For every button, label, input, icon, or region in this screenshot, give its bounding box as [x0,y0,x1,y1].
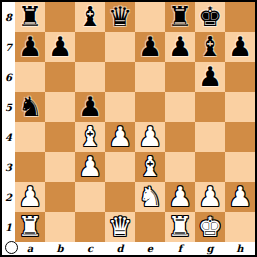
piece-white-rook[interactable]: ♜ [168,212,192,242]
square-a3[interactable] [15,152,45,182]
chess-board: ♜♝♛♜♚♟♟♟♟♝♟♟♞♟♝♟♟♟♝♟♞♟♟♟♜♛♜♚ [15,2,255,242]
square-e8[interactable] [135,2,165,32]
rank-label-1: 1 [2,212,15,242]
square-h6[interactable] [225,62,255,92]
file-label-e: e [135,242,165,255]
square-g1[interactable]: ♚ [195,212,225,242]
piece-black-pawn[interactable]: ♟ [78,92,102,122]
square-f2[interactable]: ♟ [165,182,195,212]
square-f5[interactable] [165,92,195,122]
piece-white-pawn[interactable]: ♟ [168,182,192,212]
piece-black-pawn[interactable]: ♟ [168,32,192,62]
square-g4[interactable] [195,122,225,152]
square-a6[interactable] [15,62,45,92]
piece-white-bishop[interactable]: ♝ [138,152,162,182]
square-c4[interactable]: ♝ [75,122,105,152]
piece-white-pawn[interactable]: ♟ [228,182,252,212]
piece-white-pawn[interactable]: ♟ [198,182,222,212]
rank-label-3: 3 [2,152,15,182]
file-label-b: b [45,242,75,255]
square-a1[interactable]: ♜ [15,212,45,242]
square-e1[interactable] [135,212,165,242]
square-e2[interactable]: ♞ [135,182,165,212]
square-d8[interactable]: ♛ [105,2,135,32]
square-g6[interactable]: ♟ [195,62,225,92]
file-label-f: f [165,242,195,255]
rank-label-4: 4 [2,122,15,152]
file-label-h: h [225,242,255,255]
square-e7[interactable]: ♟ [135,32,165,62]
square-h3[interactable] [225,152,255,182]
piece-black-pawn[interactable]: ♟ [138,32,162,62]
square-d7[interactable] [105,32,135,62]
piece-black-king[interactable]: ♚ [198,2,222,32]
white-to-move-indicator [5,241,18,254]
square-c5[interactable]: ♟ [75,92,105,122]
square-c8[interactable]: ♝ [75,2,105,32]
square-c7[interactable] [75,32,105,62]
piece-white-knight[interactable]: ♞ [138,182,162,212]
square-e6[interactable] [135,62,165,92]
rank-labels: 87654321 [2,2,15,242]
piece-black-pawn[interactable]: ♟ [18,32,42,62]
square-c1[interactable] [75,212,105,242]
square-c2[interactable] [75,182,105,212]
square-e3[interactable]: ♝ [135,152,165,182]
piece-white-pawn[interactable]: ♟ [18,182,42,212]
rank-label-5: 5 [2,92,15,122]
square-b6[interactable] [45,62,75,92]
square-d5[interactable] [105,92,135,122]
square-a8[interactable]: ♜ [15,2,45,32]
square-f8[interactable]: ♜ [165,2,195,32]
square-f4[interactable] [165,122,195,152]
square-d3[interactable] [105,152,135,182]
square-g3[interactable] [195,152,225,182]
file-label-d: d [105,242,135,255]
square-e4[interactable]: ♟ [135,122,165,152]
square-h8[interactable] [225,2,255,32]
rank-label-6: 6 [2,62,15,92]
square-c6[interactable] [75,62,105,92]
square-g2[interactable]: ♟ [195,182,225,212]
square-h1[interactable] [225,212,255,242]
square-f3[interactable] [165,152,195,182]
piece-black-rook[interactable]: ♜ [18,2,42,32]
square-b1[interactable] [45,212,75,242]
piece-white-rook[interactable]: ♜ [18,212,42,242]
square-f7[interactable]: ♟ [165,32,195,62]
piece-black-pawn[interactable]: ♟ [228,32,252,62]
piece-black-knight[interactable]: ♞ [18,92,42,122]
square-b3[interactable] [45,152,75,182]
square-f1[interactable]: ♜ [165,212,195,242]
rank-label-7: 7 [2,32,15,62]
piece-white-bishop[interactable]: ♝ [78,122,102,152]
square-a7[interactable]: ♟ [15,32,45,62]
piece-white-pawn[interactable]: ♟ [138,122,162,152]
piece-white-pawn[interactable]: ♟ [78,152,102,182]
piece-black-pawn[interactable]: ♟ [198,62,222,92]
piece-black-bishop[interactable]: ♝ [78,2,102,32]
square-h7[interactable]: ♟ [225,32,255,62]
chess-diagram: 87654321 ♜♝♛♜♚♟♟♟♟♝♟♟♞♟♝♟♟♟♝♟♞♟♟♟♜♛♜♚ ab… [0,0,257,257]
square-a5[interactable]: ♞ [15,92,45,122]
file-label-a: a [15,242,45,255]
square-h2[interactable]: ♟ [225,182,255,212]
square-b8[interactable] [45,2,75,32]
square-g7[interactable]: ♝ [195,32,225,62]
file-label-c: c [75,242,105,255]
square-e5[interactable] [135,92,165,122]
square-h5[interactable] [225,92,255,122]
rank-label-2: 2 [2,182,15,212]
piece-white-pawn[interactable]: ♟ [108,122,132,152]
piece-white-queen[interactable]: ♛ [108,212,132,242]
square-a2[interactable]: ♟ [15,182,45,212]
rank-label-8: 8 [2,2,15,32]
square-h4[interactable] [225,122,255,152]
square-d4[interactable]: ♟ [105,122,135,152]
piece-black-pawn[interactable]: ♟ [48,32,72,62]
square-d2[interactable] [105,182,135,212]
file-label-g: g [195,242,225,255]
square-b5[interactable] [45,92,75,122]
square-d1[interactable]: ♛ [105,212,135,242]
file-labels: abcdefgh [15,242,255,255]
square-c3[interactable]: ♟ [75,152,105,182]
piece-black-queen[interactable]: ♛ [108,2,132,32]
piece-black-rook[interactable]: ♜ [168,2,192,32]
square-d6[interactable] [105,62,135,92]
square-g5[interactable] [195,92,225,122]
square-f6[interactable] [165,62,195,92]
piece-black-bishop[interactable]: ♝ [198,32,222,62]
piece-white-king[interactable]: ♚ [198,212,222,242]
square-b2[interactable] [45,182,75,212]
square-b7[interactable]: ♟ [45,32,75,62]
square-g8[interactable]: ♚ [195,2,225,32]
square-a4[interactable] [15,122,45,152]
square-b4[interactable] [45,122,75,152]
